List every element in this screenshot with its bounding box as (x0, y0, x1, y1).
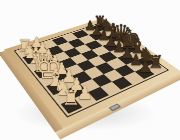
white-rook-h1: ♜ (62, 88, 81, 109)
chess-set-photo: ♜♟♞♟♝♟♛♟♟♚♜♟♟♝♞♟♟♞♝♟♟♜♛♟♟♚♟♝♟♞♟♜ (0, 0, 180, 140)
black-pawn-h7: ♟ (138, 59, 152, 75)
pieces-layer: ♜♟♞♟♝♟♛♟♟♚♜♟♟♝♞♟♟♞♝♟♟♜♛♟♟♚♟♝♟♞♟♜ (0, 0, 180, 140)
